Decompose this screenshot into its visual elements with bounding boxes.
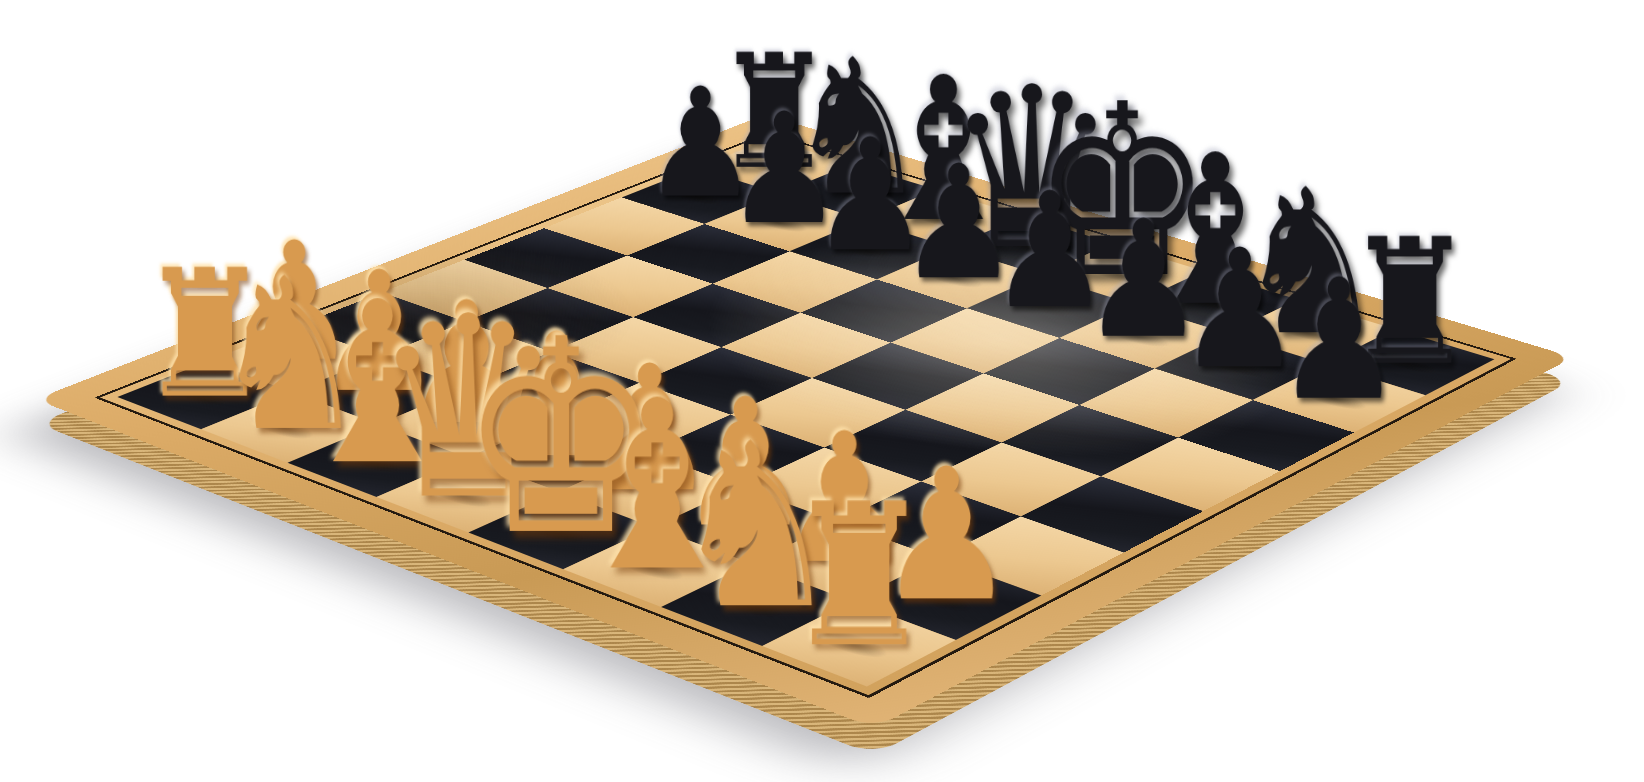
square-h1[interactable]: ♜ (762, 601, 955, 686)
black-pawn-glyph: ♟ (1276, 258, 1403, 425)
board-scene: ♜♞♝♛♚♝♞♜♟♟♟♟♟♟♟♟♟♟♟♟♟♟♟♟♜♞♝♛♚♝♞♜ (0, 0, 1644, 782)
board-frame: ♜♞♝♛♚♝♞♜♟♟♟♟♟♟♟♟♟♟♟♟♟♟♟♟♜♞♝♛♚♝♞♜ (35, 115, 1573, 729)
photo-background: ♜♞♝♛♚♝♞♜♟♟♟♟♟♟♟♟♟♟♟♟♟♟♟♟♜♞♝♛♚♝♞♜ (0, 0, 1644, 782)
board-grid: ♜♞♝♛♚♝♞♜♟♟♟♟♟♟♟♟♟♟♟♟♟♟♟♟♜♞♝♛♚♝♞♜ (117, 139, 1494, 686)
square-h6[interactable] (1178, 400, 1354, 471)
board-boundary-line: ♜♞♝♛♚♝♞♜♟♟♟♟♟♟♟♟♟♟♟♟♟♟♟♟♜♞♝♛♚♝♞♜ (94, 132, 1516, 698)
chess-board: ♜♞♝♛♚♝♞♜♟♟♟♟♟♟♟♟♟♟♟♟♟♟♟♟♜♞♝♛♚♝♞♜ (35, 115, 1573, 729)
